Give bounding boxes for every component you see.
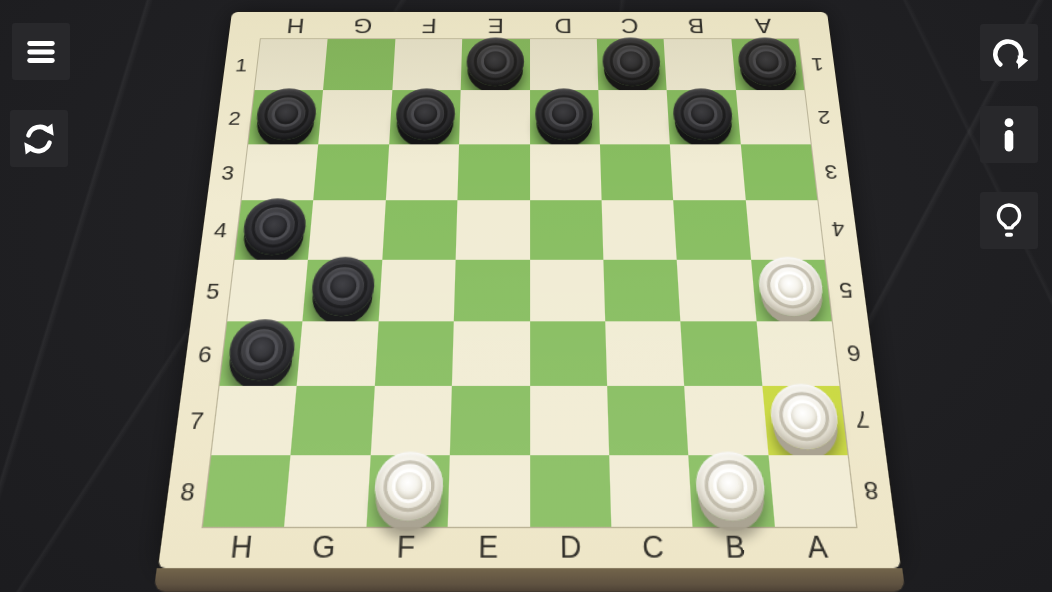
checkers-app: HHGGFFEEDDCCBBAA1122334455667788 bbox=[0, 0, 1052, 592]
black-man-B2[interactable] bbox=[672, 88, 734, 139]
square-G1[interactable] bbox=[323, 39, 395, 90]
square-H3[interactable] bbox=[242, 144, 319, 200]
square-F1[interactable] bbox=[392, 39, 462, 90]
menu-button[interactable] bbox=[12, 23, 70, 80]
square-H4[interactable] bbox=[235, 200, 314, 259]
square-D1[interactable] bbox=[530, 39, 599, 90]
square-F3[interactable] bbox=[386, 144, 460, 200]
square-E3[interactable] bbox=[458, 144, 530, 200]
file-label-B: B bbox=[724, 532, 746, 563]
file-label-C: C bbox=[621, 15, 639, 35]
rank-label-4: 4 bbox=[213, 219, 228, 240]
square-D5[interactable] bbox=[530, 259, 606, 321]
square-E6[interactable] bbox=[452, 321, 529, 386]
rank-label-5: 5 bbox=[838, 279, 854, 301]
square-G5[interactable] bbox=[303, 259, 382, 321]
square-G2[interactable] bbox=[319, 90, 392, 144]
square-C8[interactable] bbox=[609, 455, 693, 527]
square-B4[interactable] bbox=[673, 200, 750, 259]
square-D6[interactable] bbox=[530, 321, 607, 386]
square-E2[interactable] bbox=[459, 90, 529, 144]
square-F2[interactable] bbox=[389, 90, 461, 144]
circular-arrow-icon bbox=[987, 31, 1031, 75]
square-D4[interactable] bbox=[530, 200, 604, 259]
square-G3[interactable] bbox=[314, 144, 389, 200]
square-A5[interactable] bbox=[751, 259, 832, 321]
hamburger-menu-icon bbox=[19, 30, 63, 74]
square-G6[interactable] bbox=[297, 321, 378, 386]
rank-label-4: 4 bbox=[831, 219, 846, 240]
square-A8[interactable] bbox=[768, 455, 856, 527]
file-label-E: E bbox=[488, 15, 504, 35]
black-man-F2[interactable] bbox=[395, 88, 456, 139]
rank-label-1: 1 bbox=[234, 55, 248, 73]
square-A4[interactable] bbox=[745, 200, 824, 259]
file-label-G: G bbox=[352, 15, 372, 35]
black-man-H4[interactable] bbox=[241, 198, 308, 254]
square-H2[interactable] bbox=[248, 90, 323, 144]
board-side-edge bbox=[154, 568, 906, 592]
square-F6[interactable] bbox=[375, 321, 454, 386]
square-D3[interactable] bbox=[530, 144, 602, 200]
rotate-arrows-icon bbox=[17, 117, 61, 161]
square-B2[interactable] bbox=[667, 90, 740, 144]
square-B1[interactable] bbox=[664, 39, 736, 90]
checkers-board: HHGGFFEEDDCCBBAA1122334455667788 bbox=[158, 12, 901, 568]
square-E1[interactable] bbox=[461, 39, 530, 90]
square-A6[interactable] bbox=[756, 321, 839, 386]
square-B6[interactable] bbox=[681, 321, 762, 386]
square-F5[interactable] bbox=[378, 259, 455, 321]
square-C6[interactable] bbox=[605, 321, 684, 386]
square-F4[interactable] bbox=[382, 200, 457, 259]
file-label-B: B bbox=[688, 15, 706, 35]
black-man-E1[interactable] bbox=[466, 37, 524, 86]
square-G4[interactable] bbox=[308, 200, 385, 259]
square-B7[interactable] bbox=[684, 386, 768, 454]
square-B5[interactable] bbox=[677, 259, 756, 321]
square-G8[interactable] bbox=[285, 455, 371, 527]
rank-label-3: 3 bbox=[220, 162, 235, 182]
square-E4[interactable] bbox=[456, 200, 530, 259]
square-D7[interactable] bbox=[530, 386, 610, 454]
square-A1[interactable] bbox=[731, 39, 804, 90]
square-C3[interactable] bbox=[600, 144, 674, 200]
hint-button[interactable] bbox=[980, 192, 1038, 249]
file-label-H: H bbox=[286, 15, 306, 35]
black-man-A1[interactable] bbox=[736, 37, 798, 86]
file-label-F: F bbox=[421, 15, 437, 35]
black-man-H2[interactable] bbox=[254, 88, 318, 139]
square-F7[interactable] bbox=[370, 386, 452, 454]
black-man-C1[interactable] bbox=[602, 37, 661, 86]
square-C5[interactable] bbox=[603, 259, 680, 321]
square-H5[interactable] bbox=[227, 259, 308, 321]
file-label-D: D bbox=[560, 532, 582, 563]
rank-label-6: 6 bbox=[846, 342, 862, 365]
file-label-H: H bbox=[229, 532, 254, 563]
lightbulb-icon bbox=[987, 199, 1031, 243]
white-man-F8[interactable] bbox=[373, 452, 444, 521]
black-man-D2[interactable] bbox=[535, 88, 594, 139]
white-man-B8[interactable] bbox=[695, 452, 768, 521]
square-H6[interactable] bbox=[220, 321, 303, 386]
rank-label-6: 6 bbox=[197, 342, 213, 365]
square-C7[interactable] bbox=[607, 386, 689, 454]
info-icon bbox=[987, 113, 1031, 157]
square-A7[interactable] bbox=[762, 386, 848, 454]
black-man-G5[interactable] bbox=[309, 257, 376, 316]
square-D8[interactable] bbox=[530, 455, 612, 527]
file-label-C: C bbox=[642, 532, 665, 563]
square-G7[interactable] bbox=[291, 386, 375, 454]
square-H7[interactable] bbox=[211, 386, 297, 454]
square-F8[interactable] bbox=[366, 455, 450, 527]
white-man-A7[interactable] bbox=[768, 384, 841, 449]
square-E5[interactable] bbox=[454, 259, 530, 321]
square-E8[interactable] bbox=[448, 455, 530, 527]
rank-label-2: 2 bbox=[817, 107, 832, 126]
white-man-A5[interactable] bbox=[756, 257, 825, 316]
square-E7[interactable] bbox=[450, 386, 530, 454]
file-label-G: G bbox=[311, 532, 336, 563]
board-squares bbox=[203, 39, 856, 527]
square-H8[interactable] bbox=[203, 455, 291, 527]
undo-button[interactable] bbox=[980, 24, 1038, 81]
info-button[interactable] bbox=[980, 106, 1038, 163]
file-label-D: D bbox=[554, 15, 572, 35]
rank-label-3: 3 bbox=[824, 162, 839, 182]
black-man-H6[interactable] bbox=[226, 319, 297, 381]
square-C2[interactable] bbox=[598, 90, 670, 144]
square-B3[interactable] bbox=[670, 144, 745, 200]
square-H1[interactable] bbox=[255, 39, 328, 90]
square-C4[interactable] bbox=[601, 200, 676, 259]
square-A2[interactable] bbox=[736, 90, 811, 144]
rank-label-5: 5 bbox=[205, 279, 221, 301]
file-label-E: E bbox=[478, 532, 498, 563]
square-A3[interactable] bbox=[740, 144, 817, 200]
square-B8[interactable] bbox=[689, 455, 775, 527]
square-D2[interactable] bbox=[530, 90, 600, 144]
rotate-board-button[interactable] bbox=[10, 110, 68, 167]
rank-label-1: 1 bbox=[810, 55, 824, 73]
file-label-A: A bbox=[754, 15, 772, 35]
rank-label-2: 2 bbox=[227, 107, 242, 126]
file-label-F: F bbox=[396, 532, 416, 563]
file-label-A: A bbox=[806, 532, 829, 563]
square-C1[interactable] bbox=[597, 39, 667, 90]
